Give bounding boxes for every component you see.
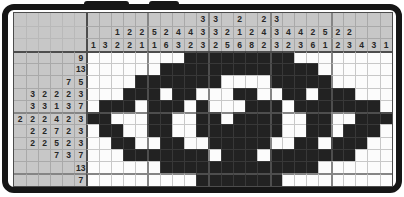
grid-cell[interactable] [282,173,294,185]
grid-cell[interactable] [245,161,257,173]
grid-cell[interactable] [111,112,123,124]
grid-cell[interactable] [184,124,196,136]
row-clue-cell [38,75,50,87]
grid-cell[interactable] [99,63,111,75]
grid-cell[interactable] [343,124,355,136]
grid-cell[interactable] [111,173,123,185]
grid-cell[interactable] [257,112,269,124]
grid-cell[interactable] [367,149,379,161]
grid-cell[interactable] [123,149,135,161]
grid-cell[interactable] [257,63,269,75]
grid-cell[interactable] [160,112,172,124]
grid-cell[interactable] [233,149,245,161]
grid-cell[interactable] [184,173,196,185]
grid-cell[interactable] [233,51,245,63]
column-clue-cell [172,13,184,26]
grid-cell[interactable] [135,137,147,149]
grid-cell[interactable] [355,137,367,149]
grid-cell[interactable] [160,51,172,63]
grid-cell[interactable] [331,88,343,100]
grid-cell[interactable] [294,100,306,112]
grid-cell[interactable] [221,137,233,149]
grid-cell[interactable] [245,137,257,149]
grid-cell[interactable] [123,124,135,136]
grid-cell[interactable] [172,63,184,75]
grid-cell[interactable] [355,112,367,124]
grid-cell[interactable] [282,100,294,112]
row-clue-cell [26,63,38,75]
grid-cell[interactable] [123,75,135,87]
grid-cell[interactable] [294,161,306,173]
row-clue-cell [62,173,74,185]
grid-cell[interactable] [367,161,379,173]
clue-corner-cell [14,26,26,39]
grid-cell[interactable] [343,75,355,87]
grid-cell[interactable] [331,173,343,185]
grid-cell[interactable] [147,51,159,63]
grid-cell[interactable] [306,137,318,149]
grid-cell[interactable] [233,161,245,173]
grid-cell[interactable] [294,112,306,124]
grid-cell[interactable] [318,149,330,161]
grid-cell[interactable] [318,161,330,173]
grid-cell[interactable] [135,88,147,100]
grid-cell[interactable] [123,173,135,185]
clue-corner-cell [14,13,26,26]
grid-cell[interactable] [343,88,355,100]
grid-cell[interactable] [306,75,318,87]
grid-cell[interactable] [111,161,123,173]
grid-cell[interactable] [343,149,355,161]
grid-cell[interactable] [208,75,220,87]
grid-cell[interactable] [160,100,172,112]
grid-cell[interactable] [355,100,367,112]
grid-cell[interactable] [294,149,306,161]
grid-cell[interactable] [99,75,111,87]
grid-cell[interactable] [343,137,355,149]
row-clue-cell: 3 [26,100,38,112]
grid-cell[interactable] [221,173,233,185]
grid-cell[interactable] [245,63,257,75]
grid-cell[interactable] [270,63,282,75]
grid-cell[interactable] [196,137,208,149]
grid-cell[interactable] [233,124,245,136]
grid-cell[interactable] [282,88,294,100]
grid-cell[interactable] [221,63,233,75]
page: 3322312252443321243442522132211632325682… [0,0,404,197]
grid-cell[interactable] [86,100,98,112]
column-clue-cell: 3 [294,38,306,51]
grid-cell[interactable] [282,63,294,75]
grid-cell[interactable] [160,63,172,75]
grid-cell[interactable] [233,137,245,149]
grid-cell[interactable] [135,75,147,87]
grid-cell[interactable] [172,137,184,149]
grid-cell[interactable] [294,63,306,75]
grid-cell[interactable] [270,161,282,173]
grid-cell[interactable] [380,75,392,87]
grid-cell[interactable] [331,100,343,112]
grid-cell[interactable] [208,88,220,100]
grid-cell[interactable] [355,124,367,136]
grid-cell[interactable] [111,124,123,136]
grid-cell[interactable] [282,51,294,63]
grid-cell[interactable] [208,112,220,124]
grid-cell[interactable] [318,124,330,136]
grid-cell[interactable] [208,63,220,75]
grid-cell[interactable] [257,100,269,112]
grid-cell[interactable] [245,149,257,161]
grid-cell[interactable] [184,161,196,173]
grid-cell[interactable] [331,137,343,149]
grid-cell[interactable] [221,88,233,100]
grid-cell[interactable] [257,161,269,173]
grid-cell[interactable] [111,137,123,149]
grid-cell[interactable] [196,161,208,173]
grid-cell[interactable] [367,88,379,100]
grid-cell[interactable] [343,112,355,124]
grid-cell[interactable] [294,173,306,185]
grid-cell[interactable] [160,149,172,161]
grid-cell[interactable] [135,124,147,136]
grid-cell[interactable] [367,63,379,75]
grid-cell[interactable] [111,51,123,63]
grid-cell[interactable] [147,137,159,149]
grid-cell[interactable] [343,100,355,112]
grid-cell[interactable] [160,137,172,149]
grid-cell[interactable] [221,51,233,63]
grid-cell[interactable] [270,112,282,124]
grid-cell[interactable] [111,88,123,100]
column-clue-cell: 5 [221,38,233,51]
grid-cell[interactable] [123,112,135,124]
grid-cell[interactable] [380,161,392,173]
grid-cell[interactable] [245,51,257,63]
grid-cell[interactable] [86,161,98,173]
grid-cell[interactable] [147,88,159,100]
grid-cell[interactable] [86,149,98,161]
grid-cell[interactable] [123,100,135,112]
grid-cell[interactable] [233,63,245,75]
grid-cell[interactable] [331,149,343,161]
grid-cell[interactable] [331,124,343,136]
grid-cell[interactable] [257,137,269,149]
grid-cell[interactable] [135,51,147,63]
column-clue-cell: 3 [196,26,208,39]
grid-cell[interactable] [355,149,367,161]
grid-cell[interactable] [245,124,257,136]
grid-cell[interactable] [343,63,355,75]
grid-cell[interactable] [208,149,220,161]
grid-cell[interactable] [208,124,220,136]
grid-cell[interactable] [355,88,367,100]
grid-cell[interactable] [318,63,330,75]
grid-cell[interactable] [86,75,98,87]
grid-cell[interactable] [196,173,208,185]
grid-cell[interactable] [355,75,367,87]
grid-cell[interactable] [355,161,367,173]
grid-cell[interactable] [196,124,208,136]
grid-cell[interactable] [160,88,172,100]
grid-cell[interactable] [367,112,379,124]
grid-cell[interactable] [172,149,184,161]
grid-cell[interactable] [367,137,379,149]
grid-cell[interactable] [135,100,147,112]
grid-cell[interactable] [318,137,330,149]
grid-cell[interactable] [367,75,379,87]
grid-cell[interactable] [184,100,196,112]
clue-corner-cell [14,38,26,51]
grid-cell[interactable] [331,161,343,173]
grid-cell[interactable] [184,51,196,63]
grid-cell[interactable] [99,88,111,100]
grid-cell[interactable] [172,75,184,87]
grid-cell[interactable] [196,75,208,87]
grid-cell[interactable] [196,149,208,161]
grid-cell[interactable] [282,124,294,136]
grid-cell[interactable] [135,63,147,75]
grid-cell[interactable] [270,51,282,63]
grid-cell[interactable] [343,173,355,185]
grid-cell[interactable] [306,51,318,63]
grid-cell[interactable] [135,161,147,173]
grid-cell[interactable] [184,112,196,124]
grid-cell[interactable] [86,112,98,124]
grid-cell[interactable] [257,124,269,136]
grid-cell[interactable] [245,75,257,87]
grid-cell[interactable] [111,63,123,75]
grid-cell[interactable] [172,88,184,100]
grid-cell[interactable] [123,88,135,100]
grid-cell[interactable] [257,173,269,185]
grid-cell[interactable] [270,75,282,87]
grid-cell[interactable] [99,124,111,136]
grid-cell[interactable] [380,112,392,124]
clue-corner-cell [38,13,50,26]
grid-cell[interactable] [208,137,220,149]
grid-cell[interactable] [208,161,220,173]
grid-cell[interactable] [221,124,233,136]
grid-cell[interactable] [99,161,111,173]
grid-cell[interactable] [306,88,318,100]
grid-cell[interactable] [306,149,318,161]
grid-cell[interactable] [86,51,98,63]
grid-cell[interactable] [245,173,257,185]
grid-cell[interactable] [86,88,98,100]
grid-cell[interactable] [380,88,392,100]
grid-cell[interactable] [208,173,220,185]
grid-cell[interactable] [380,51,392,63]
grid-cell[interactable] [99,100,111,112]
grid-cell[interactable] [221,149,233,161]
grid-cell[interactable] [306,173,318,185]
grid-cell[interactable] [196,88,208,100]
grid-cell[interactable] [196,100,208,112]
grid-cell[interactable] [282,137,294,149]
grid-cell[interactable] [380,124,392,136]
grid-cell[interactable] [172,51,184,63]
row-clue-cell [26,75,38,87]
grid-cell[interactable] [221,112,233,124]
grid-cell[interactable] [367,124,379,136]
grid-cell[interactable] [257,51,269,63]
grid-cell[interactable] [172,161,184,173]
grid-cell[interactable] [331,51,343,63]
grid-cell[interactable] [294,75,306,87]
grid-cell[interactable] [147,75,159,87]
column-clue-cell [343,13,355,26]
grid-cell[interactable] [86,173,98,185]
grid-cell[interactable] [147,112,159,124]
grid-cell[interactable] [172,173,184,185]
grid-cell[interactable] [318,75,330,87]
grid-cell[interactable] [196,112,208,124]
grid-cell[interactable] [86,137,98,149]
grid-cell[interactable] [221,75,233,87]
column-clue-cell: 2 [123,38,135,51]
grid-cell[interactable] [99,149,111,161]
grid-cell[interactable] [331,112,343,124]
grid-cell[interactable] [270,88,282,100]
grid-cell[interactable] [270,137,282,149]
column-clue-cell: 1 [380,38,392,51]
grid-cell[interactable] [245,100,257,112]
grid-cell[interactable] [318,88,330,100]
grid-cell[interactable] [111,75,123,87]
column-clue-cell [86,13,98,26]
grid-cell[interactable] [172,100,184,112]
grid-cell[interactable] [233,173,245,185]
grid-cell[interactable] [123,137,135,149]
grid-cell[interactable] [111,100,123,112]
grid-cell[interactable] [306,112,318,124]
grid-cell[interactable] [221,161,233,173]
grid-cell[interactable] [294,137,306,149]
grid-cell[interactable] [367,173,379,185]
grid-cell[interactable] [318,173,330,185]
column-clue-cell [135,13,147,26]
grid-cell[interactable] [99,137,111,149]
grid-cell[interactable] [282,75,294,87]
grid-cell[interactable] [306,161,318,173]
grid-cell[interactable] [196,63,208,75]
grid-cell[interactable] [184,88,196,100]
grid-cell[interactable] [86,124,98,136]
grid-cell[interactable] [282,112,294,124]
grid-cell[interactable] [270,149,282,161]
grid-cell[interactable] [208,51,220,63]
clue-corner-cell [50,38,62,51]
grid-cell[interactable] [123,161,135,173]
row-clue-cell: 7 [50,149,62,161]
grid-cell[interactable] [306,124,318,136]
grid-cell[interactable] [380,149,392,161]
grid-cell[interactable] [184,75,196,87]
grid-cell[interactable] [135,149,147,161]
grid-cell[interactable] [184,137,196,149]
grid-cell[interactable] [257,149,269,161]
grid-cell[interactable] [257,75,269,87]
grid-cell[interactable] [355,63,367,75]
row-clue-cell: 3 [62,100,74,112]
grid-cell[interactable] [160,75,172,87]
grid-cell[interactable] [270,173,282,185]
grid-cell[interactable] [184,63,196,75]
grid-cell[interactable] [282,161,294,173]
grid-cell[interactable] [306,63,318,75]
grid-cell[interactable] [208,100,220,112]
grid-cell[interactable] [99,51,111,63]
grid-cell[interactable] [99,112,111,124]
grid-cell[interactable] [318,112,330,124]
grid-cell[interactable] [233,88,245,100]
grid-cell[interactable] [233,75,245,87]
grid-cell[interactable] [160,161,172,173]
grid-cell[interactable] [147,100,159,112]
grid-cell[interactable] [147,173,159,185]
grid-cell[interactable] [160,124,172,136]
grid-cell[interactable] [221,100,233,112]
grid-cell[interactable] [343,161,355,173]
grid-cell[interactable] [233,100,245,112]
grid-cell[interactable] [380,173,392,185]
grid-cell[interactable] [355,173,367,185]
grid-cell[interactable] [172,124,184,136]
grid-cell[interactable] [147,149,159,161]
grid-cell[interactable] [270,124,282,136]
grid-cell[interactable] [135,112,147,124]
grid-cell[interactable] [147,161,159,173]
grid-cell[interactable] [282,149,294,161]
grid-cell[interactable] [270,100,282,112]
grid-cell[interactable] [147,63,159,75]
row-clue-cell [26,161,38,173]
grid-cell[interactable] [135,173,147,185]
grid-cell[interactable] [380,100,392,112]
grid-cell[interactable] [355,51,367,63]
row-clue-cell [50,161,62,173]
grid-cell[interactable] [367,51,379,63]
grid-cell[interactable] [184,149,196,161]
grid-cell[interactable] [257,88,269,100]
grid-cell[interactable] [233,112,245,124]
grid-cell[interactable] [306,100,318,112]
grid-cell[interactable] [196,51,208,63]
grid-cell[interactable] [123,51,135,63]
grid-cell[interactable] [99,173,111,185]
grid-cell[interactable] [331,63,343,75]
grid-cell[interactable] [367,100,379,112]
grid-cell[interactable] [331,75,343,87]
column-clue-cell: 2 [208,38,220,51]
grid-cell[interactable] [318,100,330,112]
grid-cell[interactable] [294,124,306,136]
grid-cell[interactable] [245,88,257,100]
grid-cell[interactable] [111,149,123,161]
grid-cell[interactable] [245,112,257,124]
grid-cell[interactable] [343,51,355,63]
grid-cell[interactable] [294,51,306,63]
grid-cell[interactable] [160,173,172,185]
grid-cell[interactable] [294,88,306,100]
grid-cell[interactable] [172,112,184,124]
grid-cell[interactable] [380,137,392,149]
grid-cell[interactable] [147,124,159,136]
grid-cell[interactable] [123,63,135,75]
grid-cell[interactable] [380,63,392,75]
grid-cell[interactable] [318,51,330,63]
grid-cell[interactable] [86,63,98,75]
